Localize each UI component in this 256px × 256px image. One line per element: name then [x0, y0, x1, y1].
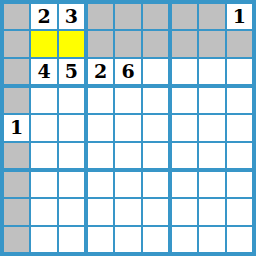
cell-r3c2[interactable]: 4 — [31, 59, 56, 84]
box-3: 1 — [172, 4, 252, 84]
cell-r7c2[interactable] — [31, 172, 56, 197]
cell-r4c2[interactable] — [31, 88, 56, 113]
cell-r9c7[interactable] — [172, 227, 197, 252]
cell-r5c6[interactable] — [143, 115, 168, 140]
box-9 — [172, 172, 252, 252]
cell-r6c7[interactable] — [172, 143, 197, 168]
cell-r3c9[interactable] — [227, 59, 252, 84]
box-2: 26 — [88, 4, 168, 84]
sudoku-board: 23452611 — [0, 0, 256, 256]
cell-r5c1[interactable]: 1 — [4, 115, 29, 140]
cell-r6c8[interactable] — [199, 143, 224, 168]
cell-r7c7[interactable] — [172, 172, 197, 197]
cell-r4c1[interactable] — [4, 88, 29, 113]
cell-r9c4[interactable] — [88, 227, 113, 252]
cell-r1c4[interactable] — [88, 4, 113, 29]
cell-r3c1[interactable] — [4, 59, 29, 84]
cell-r5c2[interactable] — [31, 115, 56, 140]
cell-r8c2[interactable] — [31, 199, 56, 224]
cell-r8c5[interactable] — [115, 199, 140, 224]
cell-r7c9[interactable] — [227, 172, 252, 197]
cell-r4c7[interactable] — [172, 88, 197, 113]
cell-r4c8[interactable] — [199, 88, 224, 113]
cell-r4c9[interactable] — [227, 88, 252, 113]
cell-r2c6[interactable] — [143, 31, 168, 56]
cell-r2c1[interactable] — [4, 31, 29, 56]
cell-r1c8[interactable] — [199, 4, 224, 29]
cell-r2c8[interactable] — [199, 31, 224, 56]
cell-r6c6[interactable] — [143, 143, 168, 168]
cell-r4c3[interactable] — [59, 88, 84, 113]
cell-r8c8[interactable] — [199, 199, 224, 224]
cell-r5c8[interactable] — [199, 115, 224, 140]
box-6 — [172, 88, 252, 168]
cell-r5c4[interactable] — [88, 115, 113, 140]
cell-r8c6[interactable] — [143, 199, 168, 224]
box-1: 2345 — [4, 4, 84, 84]
box-8 — [88, 172, 168, 252]
cell-r1c6[interactable] — [143, 4, 168, 29]
cell-r9c8[interactable] — [199, 227, 224, 252]
cell-r2c3[interactable] — [59, 31, 84, 56]
cell-r7c4[interactable] — [88, 172, 113, 197]
cell-r4c6[interactable] — [143, 88, 168, 113]
cell-r3c6[interactable] — [143, 59, 168, 84]
cell-r7c6[interactable] — [143, 172, 168, 197]
box-5 — [88, 88, 168, 168]
cell-r7c1[interactable] — [4, 172, 29, 197]
cell-r5c9[interactable] — [227, 115, 252, 140]
cell-r2c2[interactable] — [31, 31, 56, 56]
cell-r8c9[interactable] — [227, 199, 252, 224]
cell-r9c9[interactable] — [227, 227, 252, 252]
cell-r1c3[interactable]: 3 — [59, 4, 84, 29]
cell-r2c7[interactable] — [172, 31, 197, 56]
cell-r9c1[interactable] — [4, 227, 29, 252]
cell-r9c2[interactable] — [31, 227, 56, 252]
cell-r3c8[interactable] — [199, 59, 224, 84]
cell-r6c3[interactable] — [59, 143, 84, 168]
cell-r7c8[interactable] — [199, 172, 224, 197]
cell-r8c1[interactable] — [4, 199, 29, 224]
cell-r5c7[interactable] — [172, 115, 197, 140]
cell-r9c6[interactable] — [143, 227, 168, 252]
cell-r3c4[interactable]: 2 — [88, 59, 113, 84]
cell-r6c1[interactable] — [4, 143, 29, 168]
cell-r1c9[interactable]: 1 — [227, 4, 252, 29]
cell-r6c9[interactable] — [227, 143, 252, 168]
cell-r7c5[interactable] — [115, 172, 140, 197]
cell-r6c2[interactable] — [31, 143, 56, 168]
cell-r2c4[interactable] — [88, 31, 113, 56]
box-7 — [4, 172, 84, 252]
cell-r5c3[interactable] — [59, 115, 84, 140]
cell-r8c7[interactable] — [172, 199, 197, 224]
cell-r9c3[interactable] — [59, 227, 84, 252]
cell-r3c5[interactable]: 6 — [115, 59, 140, 84]
cell-r1c2[interactable]: 2 — [31, 4, 56, 29]
cell-r1c5[interactable] — [115, 4, 140, 29]
cell-r7c3[interactable] — [59, 172, 84, 197]
cell-r8c3[interactable] — [59, 199, 84, 224]
cell-r2c9[interactable] — [227, 31, 252, 56]
cell-r8c4[interactable] — [88, 199, 113, 224]
cell-r2c5[interactable] — [115, 31, 140, 56]
cell-r3c7[interactable] — [172, 59, 197, 84]
cell-r3c3[interactable]: 5 — [59, 59, 84, 84]
cell-r6c5[interactable] — [115, 143, 140, 168]
cell-r1c7[interactable] — [172, 4, 197, 29]
cell-r5c5[interactable] — [115, 115, 140, 140]
cell-r4c5[interactable] — [115, 88, 140, 113]
cell-r4c4[interactable] — [88, 88, 113, 113]
box-4: 1 — [4, 88, 84, 168]
cell-r6c4[interactable] — [88, 143, 113, 168]
cell-r1c1[interactable] — [4, 4, 29, 29]
cell-r9c5[interactable] — [115, 227, 140, 252]
